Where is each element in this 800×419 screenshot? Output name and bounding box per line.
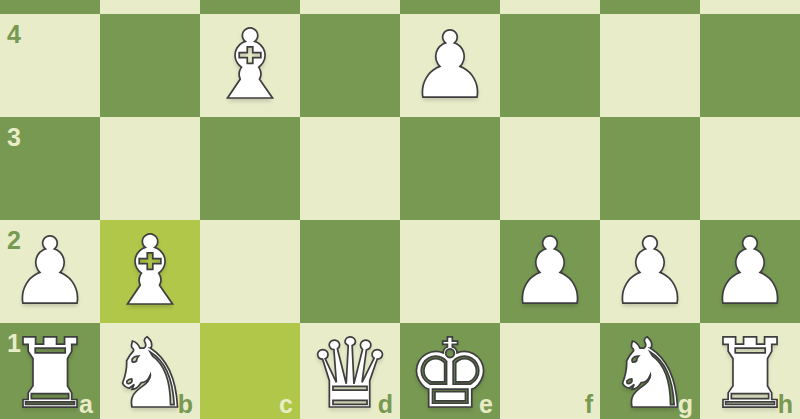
square-c2[interactable] xyxy=(200,220,300,323)
square-h1[interactable]: h♜ xyxy=(700,323,800,419)
square-f3[interactable] xyxy=(500,117,600,220)
square-e2[interactable] xyxy=(400,220,500,323)
square-g1[interactable]: g♞ xyxy=(600,323,700,419)
white-pawn[interactable]: ♟ xyxy=(9,220,91,323)
square-h2[interactable]: ♟ xyxy=(700,220,800,323)
square-a1[interactable]: 1a♜ xyxy=(0,323,100,419)
square-d3[interactable] xyxy=(300,117,400,220)
square-c1[interactable]: c xyxy=(200,323,300,419)
file-label-f: f xyxy=(585,392,593,417)
white-bishop[interactable]: ♝ xyxy=(207,14,293,117)
white-bishop[interactable]: ♝ xyxy=(107,220,193,323)
square-h3[interactable] xyxy=(700,117,800,220)
square-f5[interactable] xyxy=(500,0,600,14)
square-e4[interactable]: ♟ xyxy=(400,14,500,117)
square-g5[interactable] xyxy=(600,0,700,14)
square-d5[interactable] xyxy=(300,0,400,14)
square-a2[interactable]: 2♟ xyxy=(0,220,100,323)
rank-label-4: 4 xyxy=(7,22,21,47)
square-b4[interactable] xyxy=(100,14,200,117)
white-queen[interactable]: ♛ xyxy=(307,323,393,419)
square-g4[interactable] xyxy=(600,14,700,117)
white-pawn[interactable]: ♟ xyxy=(409,14,491,117)
white-king[interactable]: ♚ xyxy=(407,323,493,419)
white-pawn[interactable]: ♟ xyxy=(609,220,691,323)
white-pawn[interactable]: ♟ xyxy=(509,220,591,323)
square-f2[interactable]: ♟ xyxy=(500,220,600,323)
square-h4[interactable] xyxy=(700,14,800,117)
square-g2[interactable]: ♟ xyxy=(600,220,700,323)
square-c4[interactable]: ♝ xyxy=(200,14,300,117)
white-rook[interactable]: ♜ xyxy=(707,323,793,419)
square-a5[interactable] xyxy=(0,0,100,14)
white-pawn[interactable]: ♟ xyxy=(709,220,791,323)
square-h5[interactable] xyxy=(700,0,800,14)
square-e1[interactable]: e♚ xyxy=(400,323,500,419)
chess-board: 4♝♟32♟♝♟♟♟1a♜b♞cd♛e♚fg♞h♜ xyxy=(0,0,800,419)
square-a3[interactable]: 3 xyxy=(0,117,100,220)
square-a4[interactable]: 4 xyxy=(0,14,100,117)
square-f1[interactable]: f xyxy=(500,323,600,419)
file-label-c: c xyxy=(279,392,293,417)
square-b1[interactable]: b♞ xyxy=(100,323,200,419)
white-knight[interactable]: ♞ xyxy=(107,323,193,419)
square-g3[interactable] xyxy=(600,117,700,220)
square-d1[interactable]: d♛ xyxy=(300,323,400,419)
square-b5[interactable] xyxy=(100,0,200,14)
white-knight[interactable]: ♞ xyxy=(607,323,693,419)
square-b2[interactable]: ♝ xyxy=(100,220,200,323)
square-c3[interactable] xyxy=(200,117,300,220)
square-f4[interactable] xyxy=(500,14,600,117)
white-rook[interactable]: ♜ xyxy=(7,323,93,419)
square-e3[interactable] xyxy=(400,117,500,220)
rank-label-3: 3 xyxy=(7,125,21,150)
square-d4[interactable] xyxy=(300,14,400,117)
square-b3[interactable] xyxy=(100,117,200,220)
square-d2[interactable] xyxy=(300,220,400,323)
